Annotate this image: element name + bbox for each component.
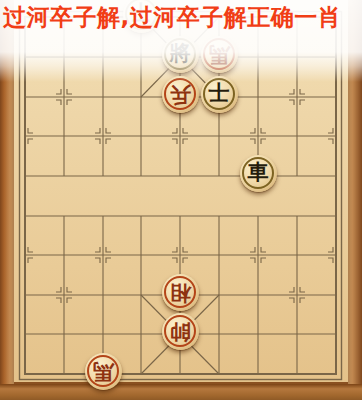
piece-glyph: 將 bbox=[170, 43, 191, 64]
page-title: 过河卒子解,过河卒子解正确一肖 bbox=[3, 2, 361, 33]
piece-black-advisor[interactable]: 士 bbox=[201, 76, 238, 113]
piece-glyph: 士 bbox=[209, 83, 230, 104]
board[interactable]: 士將馬兵士車相帥馬 bbox=[0, 0, 362, 400]
xiangqi-screenshot: 士將馬兵士車相帥馬 过河卒子解,过河卒子解正确一肖 bbox=[0, 0, 362, 400]
piece-red-elephant[interactable]: 相 bbox=[162, 274, 199, 311]
piece-glyph: 馬 bbox=[209, 44, 230, 65]
piece-red-horse[interactable]: 馬 bbox=[85, 353, 122, 390]
piece-red-general[interactable]: 帥 bbox=[162, 313, 199, 350]
piece-glyph: 車 bbox=[248, 162, 269, 183]
piece-glyph: 馬 bbox=[93, 361, 114, 382]
piece-glyph: 兵 bbox=[170, 84, 191, 105]
piece-black-general[interactable]: 將 bbox=[162, 36, 199, 73]
piece-glyph: 相 bbox=[170, 282, 191, 303]
piece-red-soldier[interactable]: 兵 bbox=[162, 76, 199, 113]
piece-black-chariot[interactable]: 車 bbox=[240, 155, 277, 192]
piece-glyph: 帥 bbox=[170, 321, 191, 342]
piece-red-horse[interactable]: 馬 bbox=[201, 36, 238, 73]
